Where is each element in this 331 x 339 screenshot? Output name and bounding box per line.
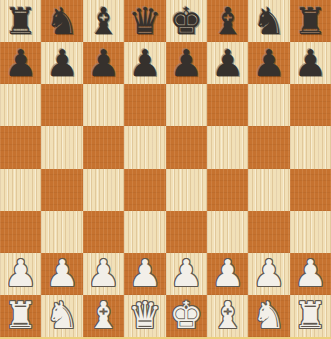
square-g1[interactable]: ♞ bbox=[248, 295, 289, 337]
square-f1[interactable]: ♝ bbox=[207, 295, 248, 337]
square-a8[interactable]: ♜ bbox=[0, 0, 41, 42]
square-e7[interactable]: ♟ bbox=[166, 42, 207, 84]
square-g4[interactable] bbox=[248, 169, 289, 211]
black-queen[interactable]: ♛ bbox=[128, 3, 161, 40]
square-e8[interactable]: ♚ bbox=[166, 0, 207, 42]
white-pawn[interactable]: ♟ bbox=[211, 255, 244, 292]
white-pawn[interactable]: ♟ bbox=[4, 255, 37, 292]
square-h8[interactable]: ♜ bbox=[290, 0, 331, 42]
black-pawn[interactable]: ♟ bbox=[45, 45, 78, 82]
square-d6[interactable] bbox=[124, 84, 165, 126]
square-c1[interactable]: ♝ bbox=[83, 295, 124, 337]
square-g7[interactable]: ♟ bbox=[248, 42, 289, 84]
square-f5[interactable] bbox=[207, 126, 248, 168]
square-a4[interactable] bbox=[0, 169, 41, 211]
black-king[interactable]: ♚ bbox=[170, 3, 203, 40]
square-b7[interactable]: ♟ bbox=[41, 42, 82, 84]
square-f4[interactable] bbox=[207, 169, 248, 211]
square-h7[interactable]: ♟ bbox=[290, 42, 331, 84]
white-pawn[interactable]: ♟ bbox=[170, 255, 203, 292]
square-h2[interactable]: ♟ bbox=[290, 253, 331, 295]
square-h5[interactable] bbox=[290, 126, 331, 168]
square-a5[interactable] bbox=[0, 126, 41, 168]
square-b3[interactable] bbox=[41, 211, 82, 253]
square-e1[interactable]: ♚ bbox=[166, 295, 207, 337]
black-pawn[interactable]: ♟ bbox=[294, 45, 327, 82]
black-pawn[interactable]: ♟ bbox=[170, 45, 203, 82]
black-rook[interactable]: ♜ bbox=[294, 3, 327, 40]
white-king[interactable]: ♚ bbox=[170, 297, 203, 334]
square-b6[interactable] bbox=[41, 84, 82, 126]
square-h3[interactable] bbox=[290, 211, 331, 253]
white-pawn[interactable]: ♟ bbox=[252, 255, 285, 292]
white-pawn[interactable]: ♟ bbox=[87, 255, 120, 292]
white-pawn[interactable]: ♟ bbox=[45, 255, 78, 292]
square-c2[interactable]: ♟ bbox=[83, 253, 124, 295]
square-a7[interactable]: ♟ bbox=[0, 42, 41, 84]
black-pawn[interactable]: ♟ bbox=[128, 45, 161, 82]
black-rook[interactable]: ♜ bbox=[4, 3, 37, 40]
chess-board: ♜♞♝♛♚♝♞♜♟♟♟♟♟♟♟♟♟♟♟♟♟♟♟♟♜♞♝♛♚♝♞♜ bbox=[0, 0, 331, 337]
square-b2[interactable]: ♟ bbox=[41, 253, 82, 295]
black-bishop[interactable]: ♝ bbox=[87, 3, 120, 40]
square-c5[interactable] bbox=[83, 126, 124, 168]
white-knight[interactable]: ♞ bbox=[45, 297, 78, 334]
square-d4[interactable] bbox=[124, 169, 165, 211]
white-queen[interactable]: ♛ bbox=[128, 297, 161, 334]
white-pawn[interactable]: ♟ bbox=[128, 255, 161, 292]
square-b1[interactable]: ♞ bbox=[41, 295, 82, 337]
black-pawn[interactable]: ♟ bbox=[252, 45, 285, 82]
square-f7[interactable]: ♟ bbox=[207, 42, 248, 84]
white-rook[interactable]: ♜ bbox=[294, 297, 327, 334]
square-a1[interactable]: ♜ bbox=[0, 295, 41, 337]
square-g3[interactable] bbox=[248, 211, 289, 253]
square-d5[interactable] bbox=[124, 126, 165, 168]
square-a3[interactable] bbox=[0, 211, 41, 253]
square-g8[interactable]: ♞ bbox=[248, 0, 289, 42]
square-h6[interactable] bbox=[290, 84, 331, 126]
square-a6[interactable] bbox=[0, 84, 41, 126]
square-e4[interactable] bbox=[166, 169, 207, 211]
black-pawn[interactable]: ♟ bbox=[4, 45, 37, 82]
white-pawn[interactable]: ♟ bbox=[294, 255, 327, 292]
black-pawn[interactable]: ♟ bbox=[211, 45, 244, 82]
square-f8[interactable]: ♝ bbox=[207, 0, 248, 42]
square-g2[interactable]: ♟ bbox=[248, 253, 289, 295]
square-b5[interactable] bbox=[41, 126, 82, 168]
square-a2[interactable]: ♟ bbox=[0, 253, 41, 295]
black-knight[interactable]: ♞ bbox=[252, 3, 285, 40]
white-bishop[interactable]: ♝ bbox=[211, 297, 244, 334]
square-f3[interactable] bbox=[207, 211, 248, 253]
square-e3[interactable] bbox=[166, 211, 207, 253]
square-h4[interactable] bbox=[290, 169, 331, 211]
square-g5[interactable] bbox=[248, 126, 289, 168]
black-pawn[interactable]: ♟ bbox=[87, 45, 120, 82]
square-g6[interactable] bbox=[248, 84, 289, 126]
square-b4[interactable] bbox=[41, 169, 82, 211]
square-e5[interactable] bbox=[166, 126, 207, 168]
square-d1[interactable]: ♛ bbox=[124, 295, 165, 337]
square-d8[interactable]: ♛ bbox=[124, 0, 165, 42]
white-bishop[interactable]: ♝ bbox=[87, 297, 120, 334]
square-d3[interactable] bbox=[124, 211, 165, 253]
square-c3[interactable] bbox=[83, 211, 124, 253]
square-f6[interactable] bbox=[207, 84, 248, 126]
square-d7[interactable]: ♟ bbox=[124, 42, 165, 84]
square-f2[interactable]: ♟ bbox=[207, 253, 248, 295]
square-c4[interactable] bbox=[83, 169, 124, 211]
square-h1[interactable]: ♜ bbox=[290, 295, 331, 337]
white-knight[interactable]: ♞ bbox=[252, 297, 285, 334]
square-e2[interactable]: ♟ bbox=[166, 253, 207, 295]
square-d2[interactable]: ♟ bbox=[124, 253, 165, 295]
square-b8[interactable]: ♞ bbox=[41, 0, 82, 42]
black-knight[interactable]: ♞ bbox=[45, 3, 78, 40]
square-c7[interactable]: ♟ bbox=[83, 42, 124, 84]
square-c6[interactable] bbox=[83, 84, 124, 126]
square-e6[interactable] bbox=[166, 84, 207, 126]
square-c8[interactable]: ♝ bbox=[83, 0, 124, 42]
black-bishop[interactable]: ♝ bbox=[211, 3, 244, 40]
white-rook[interactable]: ♜ bbox=[4, 297, 37, 334]
